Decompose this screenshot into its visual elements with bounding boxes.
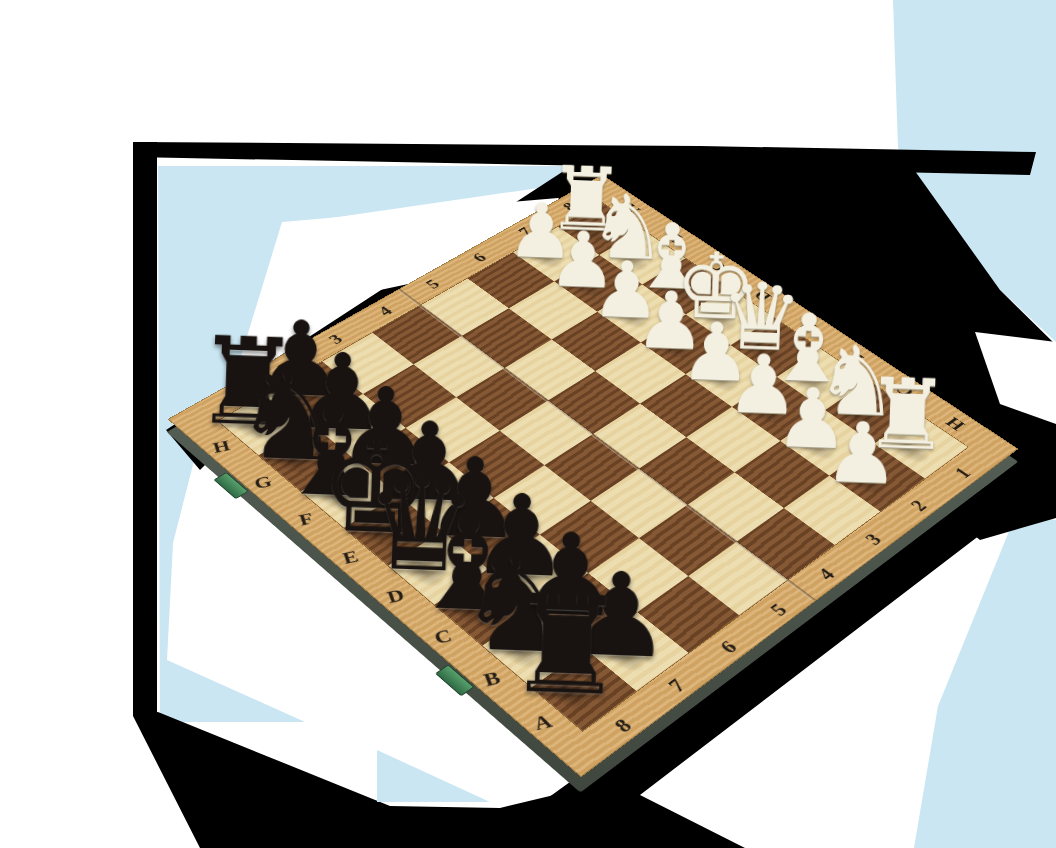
black-rook-a8: ♜ — [504, 586, 629, 705]
squares-grid: ♜♞♝♚♛♝♞♜♟♟♟♟♟♟♟♟♟♟♟♟♟♟♟♟♜♞♝♚♛♝♞♜ — [217, 201, 969, 731]
coordinate-label-left-6: 6 — [468, 250, 490, 265]
coordinate-label-bottom-F: F — [296, 509, 315, 530]
coordinate-label-right-7: 7 — [663, 675, 691, 697]
coordinate-label-bottom-D: D — [384, 585, 407, 608]
coordinate-label-bottom-G: G — [252, 472, 274, 493]
coordinate-label-right-5: 5 — [765, 600, 792, 621]
coordinate-label-left-5: 5 — [422, 276, 445, 291]
coordinate-label-right-2: 2 — [905, 496, 932, 515]
chess-board: ♜♞♝♚♛♝♞♜♟♟♟♟♟♟♟♟♟♟♟♟♟♟♟♟♜♞♝♚♛♝♞♜ AH81BG7… — [168, 175, 1019, 778]
coordinate-label-bottom-H: H — [211, 437, 233, 457]
white-pawn-a2: ♟ — [824, 416, 902, 490]
coordinate-label-bottom-A: A — [530, 710, 555, 735]
square-a8: ♜ — [532, 649, 637, 731]
coordinate-label-bottom-E: E — [340, 546, 361, 568]
board-scene: ♜♞♝♚♛♝♞♜♟♟♟♟♟♟♟♟♟♟♟♟♟♟♟♟♜♞♝♚♛♝♞♜ AH81BG7… — [0, 0, 1056, 848]
coordinate-label-bottom-C: C — [431, 625, 455, 649]
coordinate-label-right-4: 4 — [813, 564, 840, 584]
coordinate-label-right-3: 3 — [860, 530, 887, 549]
photo-canvas: { "game": "chess", "scene": { "descripti… — [0, 0, 1056, 848]
coordinate-label-right-6: 6 — [715, 636, 743, 657]
square-e4 — [548, 371, 640, 434]
coordinate-label-right-8: 8 — [609, 714, 637, 737]
coordinate-label-right-1: 1 — [949, 464, 975, 482]
coordinate-label-left-4: 4 — [374, 303, 397, 319]
board-face: ♜♞♝♚♛♝♞♜♟♟♟♟♟♟♟♟♟♟♟♟♟♟♟♟♜♞♝♚♛♝♞♜ AH81BG7… — [168, 175, 1019, 778]
coordinate-label-bottom-B: B — [480, 667, 503, 691]
